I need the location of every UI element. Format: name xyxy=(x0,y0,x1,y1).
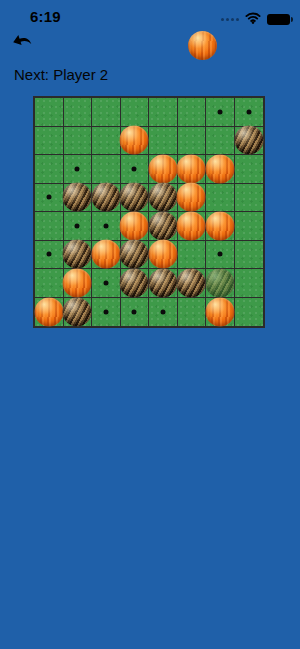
board-cell-r5c8[interactable] xyxy=(235,212,264,241)
board-cell-r3c4[interactable] xyxy=(121,155,150,184)
board-cell-r5c2[interactable] xyxy=(64,212,93,241)
dark-disc xyxy=(234,126,263,155)
dark-disc xyxy=(63,240,92,269)
orange-disc xyxy=(205,297,234,326)
orange-disc xyxy=(205,154,234,183)
board-cell-r1c2[interactable] xyxy=(64,98,93,127)
board-cell-r5c7[interactable] xyxy=(206,212,235,241)
orange-disc xyxy=(63,268,92,297)
board-cell-r2c5[interactable] xyxy=(149,127,178,156)
board-cell-r8c3[interactable] xyxy=(92,298,121,327)
dark-disc xyxy=(120,268,149,297)
orange-disc xyxy=(91,240,120,269)
board-cell-r7c4[interactable] xyxy=(121,269,150,298)
dark-disc xyxy=(148,268,177,297)
board-cell-r5c3[interactable] xyxy=(92,212,121,241)
board-cell-r7c6[interactable] xyxy=(178,269,207,298)
legal-move-dot xyxy=(246,109,251,114)
ghost-dark-disc xyxy=(205,268,234,297)
board-cell-r8c2[interactable] xyxy=(64,298,93,327)
board-cell-r7c3[interactable] xyxy=(92,269,121,298)
orange-disc xyxy=(34,297,63,326)
board-cell-r2c6[interactable] xyxy=(178,127,207,156)
board-cell-r2c7[interactable] xyxy=(206,127,235,156)
app-screen: 6:19 Next: Player 2 xyxy=(0,0,300,649)
board-cell-r2c3[interactable] xyxy=(92,127,121,156)
board-cell-r5c6[interactable] xyxy=(178,212,207,241)
board-cell-r6c7[interactable] xyxy=(206,241,235,270)
board-cell-r1c5[interactable] xyxy=(149,98,178,127)
board-cell-r1c3[interactable] xyxy=(92,98,121,127)
board-cell-r8c4[interactable] xyxy=(121,298,150,327)
undo-button[interactable] xyxy=(11,30,35,54)
board-cell-r6c4[interactable] xyxy=(121,241,150,270)
board-cell-r5c5[interactable] xyxy=(149,212,178,241)
board-cell-r5c1[interactable] xyxy=(35,212,64,241)
board-cell-r3c2[interactable] xyxy=(64,155,93,184)
board-cell-r3c1[interactable] xyxy=(35,155,64,184)
dark-disc xyxy=(91,183,120,212)
board-cell-r5c4[interactable] xyxy=(121,212,150,241)
orange-disc xyxy=(148,240,177,269)
board-cell-r2c2[interactable] xyxy=(64,127,93,156)
board-cell-r6c3[interactable] xyxy=(92,241,121,270)
dark-disc xyxy=(120,183,149,212)
board-cell-r7c8[interactable] xyxy=(235,269,264,298)
legal-move-dot xyxy=(217,252,222,257)
dark-disc xyxy=(148,183,177,212)
legal-move-dot xyxy=(132,309,137,314)
board-cell-r6c8[interactable] xyxy=(235,241,264,270)
dark-disc xyxy=(63,297,92,326)
board-cell-r4c3[interactable] xyxy=(92,184,121,213)
board-cell-r4c4[interactable] xyxy=(121,184,150,213)
board-cell-r3c3[interactable] xyxy=(92,155,121,184)
cellular-signal-icon xyxy=(221,18,239,21)
board-cell-r8c6[interactable] xyxy=(178,298,207,327)
board-cell-r8c8[interactable] xyxy=(235,298,264,327)
board-cell-r3c7[interactable] xyxy=(206,155,235,184)
board-cell-r3c8[interactable] xyxy=(235,155,264,184)
board-cell-r2c1[interactable] xyxy=(35,127,64,156)
dark-disc xyxy=(148,211,177,240)
board-cell-r6c6[interactable] xyxy=(178,241,207,270)
board-cell-r1c7[interactable] xyxy=(206,98,235,127)
board-cell-r7c7[interactable] xyxy=(206,269,235,298)
board-cell-r2c4[interactable] xyxy=(121,127,150,156)
legal-move-dot xyxy=(103,309,108,314)
board-cell-r6c1[interactable] xyxy=(35,241,64,270)
orange-disc xyxy=(177,183,206,212)
legal-move-dot xyxy=(217,109,222,114)
board-cell-r1c1[interactable] xyxy=(35,98,64,127)
status-time: 6:19 xyxy=(30,8,61,25)
orange-disc xyxy=(148,154,177,183)
board-cell-r6c5[interactable] xyxy=(149,241,178,270)
legal-move-dot xyxy=(75,166,80,171)
next-player-disc xyxy=(188,31,217,60)
orange-disc xyxy=(177,211,206,240)
legal-move-dot xyxy=(46,252,51,257)
next-player-label: Next: Player 2 xyxy=(14,66,108,83)
board-cell-r7c5[interactable] xyxy=(149,269,178,298)
legal-move-dot xyxy=(132,166,137,171)
status-icons xyxy=(221,13,290,25)
legal-move-dot xyxy=(103,223,108,228)
board-cell-r4c7[interactable] xyxy=(206,184,235,213)
board-cell-r4c2[interactable] xyxy=(64,184,93,213)
game-board xyxy=(33,96,265,328)
board-cell-r1c6[interactable] xyxy=(178,98,207,127)
legal-move-dot xyxy=(46,195,51,200)
board-cell-r3c5[interactable] xyxy=(149,155,178,184)
legal-move-dot xyxy=(103,280,108,285)
undo-arrow-icon xyxy=(11,31,35,53)
board-cell-r2c8[interactable] xyxy=(235,127,264,156)
legal-move-dot xyxy=(160,309,165,314)
board-cell-r4c8[interactable] xyxy=(235,184,264,213)
legal-move-dot xyxy=(75,223,80,228)
board-cell-r3c6[interactable] xyxy=(178,155,207,184)
dark-disc xyxy=(63,183,92,212)
orange-disc xyxy=(120,126,149,155)
dark-disc xyxy=(177,268,206,297)
dark-disc xyxy=(120,240,149,269)
board-cell-r7c1[interactable] xyxy=(35,269,64,298)
board-cell-r4c6[interactable] xyxy=(178,184,207,213)
board-cell-r8c5[interactable] xyxy=(149,298,178,327)
orange-disc xyxy=(205,211,234,240)
board-cell-r6c2[interactable] xyxy=(64,241,93,270)
board-cell-r1c4[interactable] xyxy=(121,98,150,127)
orange-disc xyxy=(177,154,206,183)
board-cell-r4c1[interactable] xyxy=(35,184,64,213)
battery-icon xyxy=(267,14,290,25)
board-cell-r8c1[interactable] xyxy=(35,298,64,327)
board-cell-r4c5[interactable] xyxy=(149,184,178,213)
board-cell-r7c2[interactable] xyxy=(64,269,93,298)
board-cell-r8c7[interactable] xyxy=(206,298,235,327)
orange-disc xyxy=(120,211,149,240)
board-cell-r1c8[interactable] xyxy=(235,98,264,127)
wifi-icon xyxy=(245,10,261,28)
